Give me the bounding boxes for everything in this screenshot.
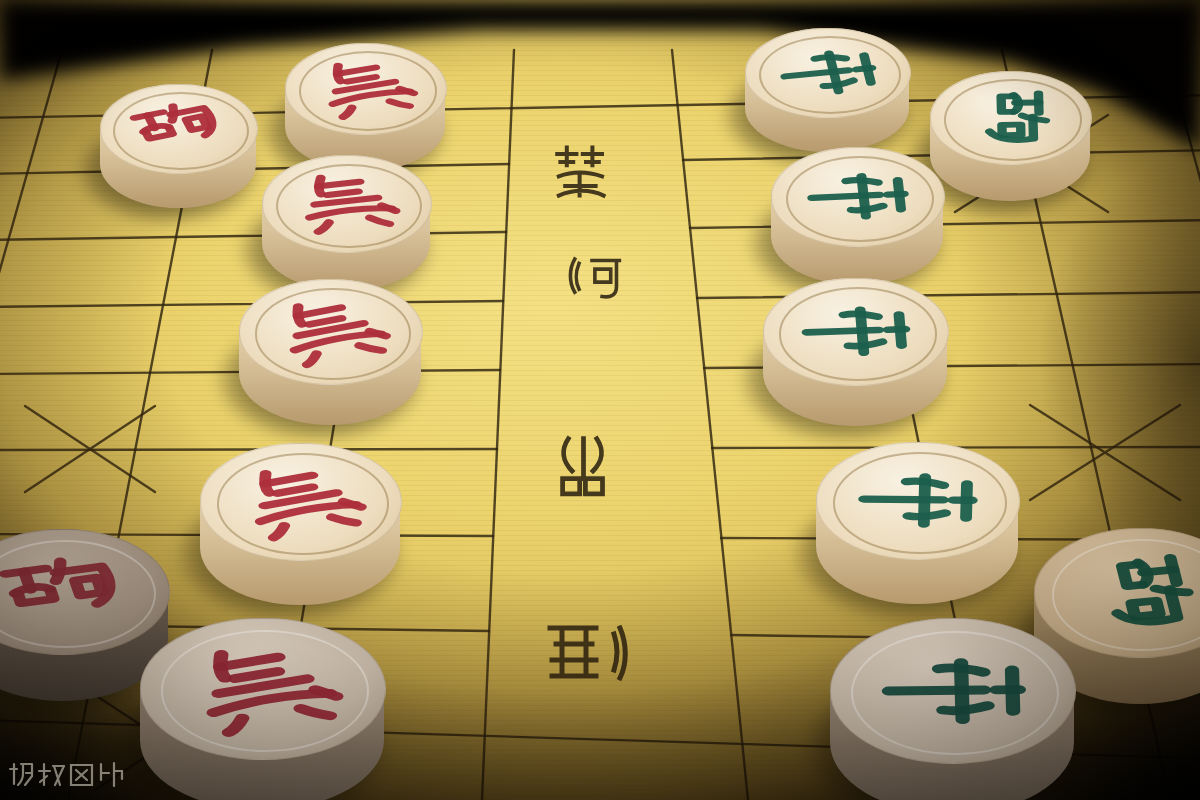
piece-green-soldier[interactable] <box>796 584 1108 800</box>
piece-character-soldier <box>283 164 409 242</box>
piece-character-soldier <box>871 640 1032 740</box>
piece-red-soldier[interactable] <box>106 584 418 800</box>
piece-character-soldier <box>792 292 918 370</box>
photo-scene <box>0 0 1200 800</box>
watermark <box>8 760 138 790</box>
piece-character-soldier <box>766 34 888 110</box>
piece-character-soldier <box>850 459 984 542</box>
piece-character-soldier <box>797 159 916 233</box>
pieces-layer <box>0 0 1200 800</box>
